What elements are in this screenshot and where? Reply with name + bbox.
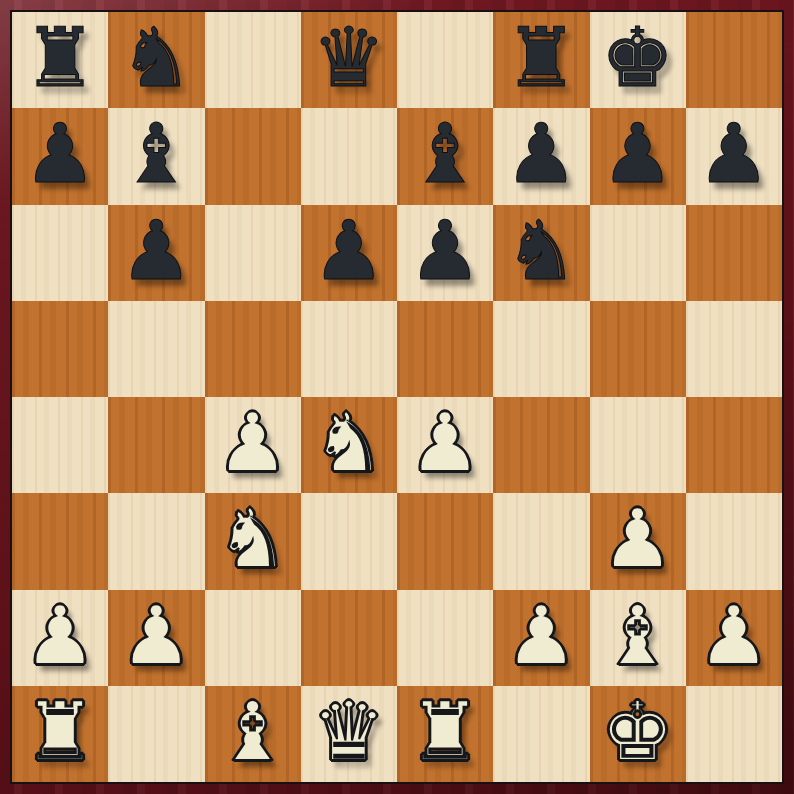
- square-d8[interactable]: ♛: [301, 12, 397, 108]
- square-f3[interactable]: [493, 493, 589, 589]
- square-b7[interactable]: ♝: [108, 108, 204, 204]
- board-frame: ♜♞♛♜♚♟♝♝♟♟♟♟♟♟♞♟♞♟♞♟♟♟♟♝♟♜♝♛♜♚: [0, 0, 794, 794]
- square-a1[interactable]: ♜: [12, 686, 108, 782]
- piece-black-knight[interactable]: ♞: [120, 17, 194, 99]
- piece-black-rook[interactable]: ♜: [505, 17, 579, 99]
- piece-white-knight[interactable]: ♞: [216, 498, 290, 580]
- piece-white-pawn[interactable]: ♟: [505, 595, 579, 677]
- piece-black-pawn[interactable]: ♟: [23, 113, 97, 195]
- square-c1[interactable]: ♝: [205, 686, 301, 782]
- piece-white-queen[interactable]: ♛: [312, 691, 386, 773]
- square-h4[interactable]: [686, 397, 782, 493]
- piece-black-pawn[interactable]: ♟: [505, 113, 579, 195]
- square-h6[interactable]: [686, 205, 782, 301]
- square-f1[interactable]: [493, 686, 589, 782]
- piece-black-bishop[interactable]: ♝: [120, 113, 194, 195]
- square-h3[interactable]: [686, 493, 782, 589]
- piece-white-rook[interactable]: ♜: [23, 691, 97, 773]
- chess-board: ♜♞♛♜♚♟♝♝♟♟♟♟♟♟♞♟♞♟♞♟♟♟♟♝♟♜♝♛♜♚: [10, 10, 784, 784]
- square-a2[interactable]: ♟: [12, 590, 108, 686]
- square-e3[interactable]: [397, 493, 493, 589]
- piece-black-pawn[interactable]: ♟: [312, 210, 386, 292]
- square-b3[interactable]: [108, 493, 204, 589]
- piece-white-pawn[interactable]: ♟: [601, 498, 675, 580]
- piece-white-king[interactable]: ♚: [601, 691, 675, 773]
- square-f7[interactable]: ♟: [493, 108, 589, 204]
- square-b1[interactable]: [108, 686, 204, 782]
- square-c4[interactable]: ♟: [205, 397, 301, 493]
- square-e5[interactable]: [397, 301, 493, 397]
- square-h2[interactable]: ♟: [686, 590, 782, 686]
- square-f2[interactable]: ♟: [493, 590, 589, 686]
- square-b5[interactable]: [108, 301, 204, 397]
- piece-white-pawn[interactable]: ♟: [120, 595, 194, 677]
- square-f4[interactable]: [493, 397, 589, 493]
- square-a5[interactable]: [12, 301, 108, 397]
- square-e1[interactable]: ♜: [397, 686, 493, 782]
- piece-white-rook[interactable]: ♜: [408, 691, 482, 773]
- piece-white-pawn[interactable]: ♟: [23, 595, 97, 677]
- piece-black-king[interactable]: ♚: [601, 17, 675, 99]
- piece-white-knight[interactable]: ♞: [312, 402, 386, 484]
- square-b2[interactable]: ♟: [108, 590, 204, 686]
- square-d4[interactable]: ♞: [301, 397, 397, 493]
- square-d5[interactable]: [301, 301, 397, 397]
- piece-black-knight[interactable]: ♞: [505, 210, 579, 292]
- square-f6[interactable]: ♞: [493, 205, 589, 301]
- square-c5[interactable]: [205, 301, 301, 397]
- square-d1[interactable]: ♛: [301, 686, 397, 782]
- square-d6[interactable]: ♟: [301, 205, 397, 301]
- piece-black-queen[interactable]: ♛: [312, 17, 386, 99]
- square-g1[interactable]: ♚: [590, 686, 686, 782]
- piece-black-pawn[interactable]: ♟: [408, 210, 482, 292]
- square-a3[interactable]: [12, 493, 108, 589]
- square-f5[interactable]: [493, 301, 589, 397]
- piece-white-bishop[interactable]: ♝: [216, 691, 290, 773]
- square-a7[interactable]: ♟: [12, 108, 108, 204]
- square-e4[interactable]: ♟: [397, 397, 493, 493]
- piece-black-pawn[interactable]: ♟: [120, 210, 194, 292]
- square-a6[interactable]: [12, 205, 108, 301]
- square-d2[interactable]: [301, 590, 397, 686]
- square-g7[interactable]: ♟: [590, 108, 686, 204]
- square-c6[interactable]: [205, 205, 301, 301]
- square-a4[interactable]: [12, 397, 108, 493]
- piece-white-pawn[interactable]: ♟: [216, 402, 290, 484]
- square-h1[interactable]: [686, 686, 782, 782]
- piece-white-pawn[interactable]: ♟: [408, 402, 482, 484]
- square-g2[interactable]: ♝: [590, 590, 686, 686]
- square-e7[interactable]: ♝: [397, 108, 493, 204]
- square-h5[interactable]: [686, 301, 782, 397]
- square-c2[interactable]: [205, 590, 301, 686]
- square-b8[interactable]: ♞: [108, 12, 204, 108]
- square-d7[interactable]: [301, 108, 397, 204]
- square-c7[interactable]: [205, 108, 301, 204]
- piece-white-bishop[interactable]: ♝: [601, 595, 675, 677]
- piece-white-pawn[interactable]: ♟: [697, 595, 771, 677]
- square-h8[interactable]: [686, 12, 782, 108]
- square-g8[interactable]: ♚: [590, 12, 686, 108]
- square-g4[interactable]: [590, 397, 686, 493]
- square-e8[interactable]: [397, 12, 493, 108]
- square-d3[interactable]: [301, 493, 397, 589]
- piece-black-pawn[interactable]: ♟: [697, 113, 771, 195]
- piece-black-rook[interactable]: ♜: [23, 17, 97, 99]
- square-g5[interactable]: [590, 301, 686, 397]
- square-e2[interactable]: [397, 590, 493, 686]
- square-b6[interactable]: ♟: [108, 205, 204, 301]
- square-f8[interactable]: ♜: [493, 12, 589, 108]
- square-e6[interactable]: ♟: [397, 205, 493, 301]
- square-g3[interactable]: ♟: [590, 493, 686, 589]
- square-c8[interactable]: [205, 12, 301, 108]
- square-b4[interactable]: [108, 397, 204, 493]
- piece-black-pawn[interactable]: ♟: [601, 113, 675, 195]
- square-c3[interactable]: ♞: [205, 493, 301, 589]
- square-a8[interactable]: ♜: [12, 12, 108, 108]
- square-h7[interactable]: ♟: [686, 108, 782, 204]
- square-g6[interactable]: [590, 205, 686, 301]
- piece-black-bishop[interactable]: ♝: [408, 113, 482, 195]
